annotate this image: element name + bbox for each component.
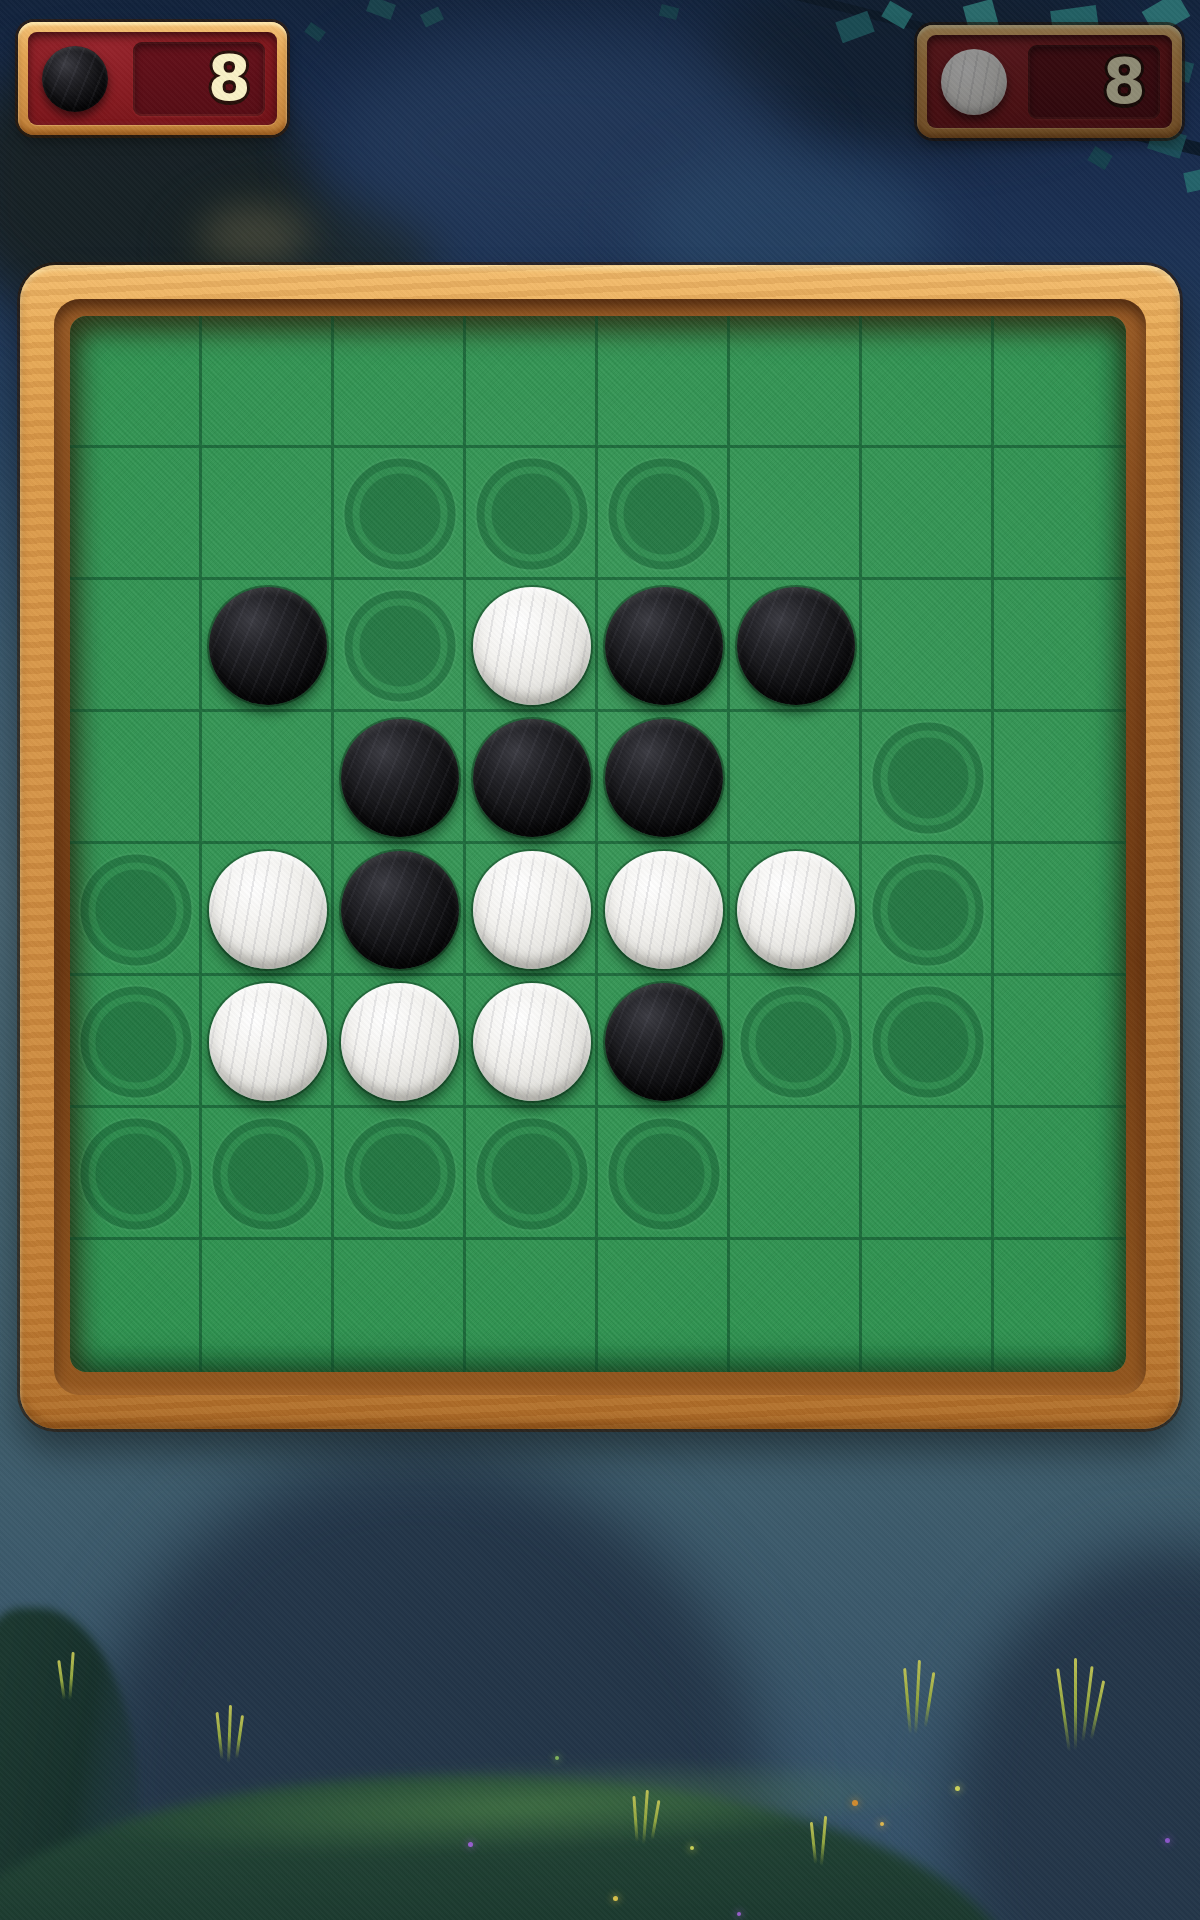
white-disc-e5 [605,851,723,969]
black-disc-c5 [341,851,459,969]
grass-blade [903,1668,912,1734]
white-disc-b6 [209,983,327,1101]
firefly-dot [852,1800,858,1806]
move-hint-a7[interactable] [77,1115,195,1233]
firefly-dot [690,1846,694,1850]
board-felt [70,316,1126,1372]
white-player-disc-icon [941,49,1007,115]
firefly-dot [880,1822,884,1826]
leaf-bit [304,22,326,42]
black-disc-e6 [605,983,723,1101]
firefly-dot [613,1896,618,1901]
black-score-panel: 8 [18,22,287,135]
white-disc-d5 [473,851,591,969]
grass-blade [1074,1658,1077,1750]
move-hint-d2[interactable] [473,455,591,573]
grass-blade [924,1672,936,1728]
black-player-disc-icon [42,46,108,112]
white-disc-b5 [209,851,327,969]
move-hint-c7[interactable] [341,1115,459,1233]
black-score-value: 8 [208,48,250,110]
move-hint-a6[interactable] [77,983,195,1101]
white-disc-c6 [341,983,459,1101]
move-hint-f6[interactable] [737,983,855,1101]
board-pieces [70,316,1126,1372]
move-hint-g5[interactable] [869,851,987,969]
leaf-bit [1087,146,1112,170]
black-disc-e3 [605,587,723,705]
white-score-panel-inner: 8 [927,35,1172,128]
white-disc-f5 [737,851,855,969]
black-disc-f3 [737,587,855,705]
move-hint-e7[interactable] [605,1115,723,1233]
firefly-dot [737,1912,741,1916]
move-hint-b7[interactable] [209,1115,327,1233]
leaf-bit [366,0,396,20]
leaf-bit [420,6,444,27]
move-hint-g4[interactable] [869,719,987,837]
grass-blade [914,1660,921,1734]
white-score-panel: 8 [917,25,1182,138]
firefly-dot [468,1842,473,1847]
black-disc-c4 [341,719,459,837]
move-hint-e2[interactable] [605,455,723,573]
board-frame [20,265,1180,1429]
white-score-box: 8 [1028,45,1160,119]
black-disc-d4 [473,719,591,837]
firefly-dot [1165,1838,1170,1843]
black-disc-b3 [209,587,327,705]
firefly-dot [555,1756,559,1760]
move-hint-d7[interactable] [473,1115,591,1233]
leaf-bit [659,4,679,20]
black-score-box: 8 [133,42,265,116]
black-disc-e4 [605,719,723,837]
black-score-panel-inner: 8 [28,32,277,125]
white-disc-d6 [473,983,591,1101]
move-hint-a5[interactable] [77,851,195,969]
game-screen: 8 8 [0,0,1200,1920]
firefly-dot [955,1786,960,1791]
white-score-value: 8 [1103,51,1145,113]
foliage-highlight [200,205,310,265]
move-hint-c3[interactable] [341,587,459,705]
white-disc-d3 [473,587,591,705]
move-hint-g6[interactable] [869,983,987,1101]
move-hint-c2[interactable] [341,455,459,573]
leaf-bit [1183,167,1200,192]
